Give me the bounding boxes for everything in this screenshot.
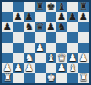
square-a2[interactable]: ♟ [2, 63, 13, 73]
square-b5[interactable] [13, 32, 24, 42]
white-bishop: ♝ [68, 63, 77, 73]
square-g1[interactable] [67, 73, 78, 83]
black-knight: ♞ [57, 22, 66, 32]
black-pawn: ♟ [68, 12, 77, 22]
square-a1[interactable]: ♜ [2, 73, 13, 83]
square-b2[interactable]: ♟ [13, 63, 24, 73]
square-g5[interactable] [67, 32, 78, 42]
black-knight: ♞ [25, 22, 34, 32]
black-queen: ♛ [36, 22, 45, 32]
black-pawn: ♟ [25, 12, 34, 22]
square-g2[interactable]: ♝ [67, 63, 78, 73]
square-c5[interactable] [24, 32, 35, 42]
square-b7[interactable]: ♟ [13, 12, 24, 22]
square-d6[interactable]: ♛ [35, 22, 46, 32]
square-h5[interactable] [78, 32, 89, 42]
white-pawn: ♟ [36, 43, 45, 53]
white-bishop: ♝ [46, 53, 55, 63]
square-e5[interactable] [46, 32, 57, 42]
white-pawn: ♟ [57, 63, 66, 73]
black-pawn: ♟ [3, 22, 12, 32]
square-a7[interactable] [2, 12, 13, 22]
black-king: ♚ [46, 2, 55, 12]
square-g4[interactable] [67, 43, 78, 53]
square-d8[interactable]: ♜ [35, 2, 46, 12]
white-rook: ♜ [79, 73, 88, 83]
square-d4[interactable]: ♟ [35, 43, 46, 53]
square-a8[interactable] [2, 2, 13, 12]
square-c3[interactable]: ♞ [24, 53, 35, 63]
white-pawn: ♟ [3, 63, 12, 73]
square-f1[interactable] [56, 73, 67, 83]
square-c4[interactable] [24, 43, 35, 53]
square-f3[interactable]: ♛ [56, 53, 67, 63]
square-a4[interactable] [2, 43, 13, 53]
square-c7[interactable]: ♟ [24, 12, 35, 22]
square-h8[interactable]: ♜ [78, 2, 89, 12]
square-b8[interactable] [13, 2, 24, 12]
square-e4[interactable] [46, 43, 57, 53]
white-pawn: ♟ [25, 63, 34, 73]
white-rook: ♜ [3, 73, 12, 83]
square-h3[interactable]: ♟ [78, 53, 89, 63]
square-d3[interactable] [35, 53, 46, 63]
square-c6[interactable]: ♞ [24, 22, 35, 32]
square-c1[interactable] [24, 73, 35, 83]
square-b1[interactable] [13, 73, 24, 83]
square-b3[interactable] [13, 53, 24, 63]
white-pawn: ♟ [79, 53, 88, 63]
square-g7[interactable]: ♟ [67, 12, 78, 22]
square-g3[interactable]: ♟ [67, 53, 78, 63]
square-a3[interactable] [2, 53, 13, 63]
square-h2[interactable] [78, 63, 89, 73]
black-rook: ♜ [36, 2, 45, 12]
black-rook: ♜ [79, 2, 88, 12]
square-d7[interactable] [35, 12, 46, 22]
square-e7[interactable] [46, 12, 57, 22]
white-knight: ♞ [25, 53, 34, 63]
white-king: ♚ [46, 73, 55, 83]
white-pawn: ♟ [14, 63, 23, 73]
white-pawn: ♟ [68, 53, 77, 63]
black-bishop: ♝ [57, 2, 66, 12]
square-d2[interactable] [35, 63, 46, 73]
black-pawn: ♟ [14, 12, 23, 22]
black-pawn: ♟ [46, 22, 55, 32]
square-c8[interactable] [24, 2, 35, 12]
square-d1[interactable] [35, 73, 46, 83]
square-c2[interactable]: ♟ [24, 63, 35, 73]
square-h7[interactable]: ♟ [78, 12, 89, 22]
square-d5[interactable] [35, 32, 46, 42]
square-h1[interactable]: ♜ [78, 73, 89, 83]
square-a5[interactable] [2, 32, 13, 42]
square-h4[interactable] [78, 43, 89, 53]
square-b4[interactable] [13, 43, 24, 53]
square-e6[interactable]: ♟ [46, 22, 57, 32]
square-e8[interactable]: ♚ [46, 2, 57, 12]
square-a6[interactable]: ♟ [2, 22, 13, 32]
square-f6[interactable]: ♞ [56, 22, 67, 32]
chess-board: ♜♚♝♜♟♟♟♟♟♟♞♛♟♞♟♞♝♛♟♟♟♟♟♟♝♜♚♜ [2, 2, 89, 83]
square-f7[interactable]: ♟ [56, 12, 67, 22]
square-f5[interactable] [56, 32, 67, 42]
square-g8[interactable] [67, 2, 78, 12]
square-e2[interactable] [46, 63, 57, 73]
white-queen: ♛ [57, 53, 66, 63]
square-f2[interactable]: ♟ [56, 63, 67, 73]
square-b6[interactable] [13, 22, 24, 32]
square-e3[interactable]: ♝ [46, 53, 57, 63]
square-f8[interactable]: ♝ [56, 2, 67, 12]
square-g6[interactable] [67, 22, 78, 32]
black-pawn: ♟ [57, 12, 66, 22]
square-e1[interactable]: ♚ [46, 73, 57, 83]
square-f4[interactable] [56, 43, 67, 53]
square-h6[interactable] [78, 22, 89, 32]
black-pawn: ♟ [79, 12, 88, 22]
chess-board-frame: ♜♚♝♜♟♟♟♟♟♟♞♛♟♞♟♞♝♛♟♟♟♟♟♟♝♜♚♜ [0, 0, 91, 85]
